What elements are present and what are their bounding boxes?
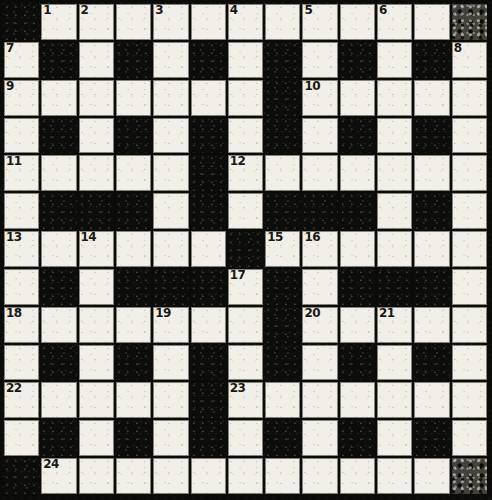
- white-cell-r6c3[interactable]: [116, 231, 151, 267]
- black-cell-r3c3: [116, 118, 151, 154]
- white-cell-r0c1[interactable]: 1: [41, 4, 76, 40]
- white-cell-r12c3[interactable]: [116, 458, 151, 494]
- white-cell-r7c0[interactable]: [4, 269, 39, 305]
- white-cell-r3c10[interactable]: [377, 118, 412, 154]
- black-cell-r5c9: [340, 193, 375, 229]
- white-cell-r2c1[interactable]: [41, 80, 76, 116]
- white-cell-r11c6[interactable]: [228, 420, 263, 456]
- white-cell-r6c2[interactable]: 14: [79, 231, 114, 267]
- white-cell-r4c9[interactable]: [340, 155, 375, 191]
- black-cell-r3c11: [414, 118, 449, 154]
- black-cell-r7c4: [153, 269, 188, 305]
- black-cell-r11c1: [41, 420, 76, 456]
- clue-number-14: 14: [81, 231, 97, 244]
- white-cell-r4c12[interactable]: [452, 155, 487, 191]
- white-cell-r6c11[interactable]: [414, 231, 449, 267]
- clue-number-5: 5: [304, 4, 312, 17]
- white-cell-r5c0[interactable]: [4, 193, 39, 229]
- black-cell-r0c0: [4, 4, 39, 40]
- white-cell-r6c4[interactable]: [153, 231, 188, 267]
- black-cell-r1c5: [191, 42, 226, 78]
- white-cell-r11c2[interactable]: [79, 420, 114, 456]
- white-cell-r10c2[interactable]: [79, 382, 114, 418]
- white-cell-r1c0[interactable]: 7: [4, 42, 39, 78]
- black-cell-r1c9: [340, 42, 375, 78]
- black-cell-r7c9: [340, 269, 375, 305]
- black-cell-r7c7: [265, 269, 300, 305]
- white-cell-r8c8[interactable]: 20: [302, 307, 337, 343]
- white-cell-r12c4[interactable]: [153, 458, 188, 494]
- white-cell-r5c4[interactable]: [153, 193, 188, 229]
- white-cell-r1c12[interactable]: 8: [452, 42, 487, 78]
- clue-number-17: 17: [230, 269, 246, 282]
- white-cell-r0c4[interactable]: 3: [153, 4, 188, 40]
- black-cell-r1c3: [116, 42, 151, 78]
- white-cell-r3c12[interactable]: [452, 118, 487, 154]
- clue-number-1: 1: [43, 4, 51, 17]
- black-cell-r11c9: [340, 420, 375, 456]
- white-cell-r7c8[interactable]: [302, 269, 337, 305]
- clue-number-24: 24: [43, 458, 59, 471]
- black-cell-r9c7: [265, 345, 300, 381]
- white-cell-r0c11[interactable]: [414, 4, 449, 40]
- white-cell-r5c6[interactable]: [228, 193, 263, 229]
- white-cell-r6c1[interactable]: [41, 231, 76, 267]
- black-cell-r3c9: [340, 118, 375, 154]
- white-cell-r9c8[interactable]: [302, 345, 337, 381]
- black-cell-r1c11: [414, 42, 449, 78]
- white-cell-r6c8[interactable]: 16: [302, 231, 337, 267]
- white-cell-r4c11[interactable]: [414, 155, 449, 191]
- clue-number-21: 21: [379, 307, 395, 320]
- white-cell-r10c8[interactable]: [302, 382, 337, 418]
- white-cell-r1c8[interactable]: [302, 42, 337, 78]
- white-cell-r4c2[interactable]: [79, 155, 114, 191]
- white-cell-r8c2[interactable]: [79, 307, 114, 343]
- white-cell-r4c10[interactable]: [377, 155, 412, 191]
- white-cell-r10c7[interactable]: [265, 382, 300, 418]
- white-cell-r9c10[interactable]: [377, 345, 412, 381]
- white-cell-r2c8[interactable]: 10: [302, 80, 337, 116]
- white-cell-r8c11[interactable]: [414, 307, 449, 343]
- white-cell-r2c10[interactable]: [377, 80, 412, 116]
- white-cell-r9c12[interactable]: [452, 345, 487, 381]
- white-cell-r10c0[interactable]: 22: [4, 382, 39, 418]
- white-cell-r2c3[interactable]: [116, 80, 151, 116]
- white-cell-r8c3[interactable]: [116, 307, 151, 343]
- white-cell-r11c0[interactable]: [4, 420, 39, 456]
- black-cell-r9c1: [41, 345, 76, 381]
- white-cell-r3c8[interactable]: [302, 118, 337, 154]
- black-cell-r3c7: [265, 118, 300, 154]
- clue-number-11: 11: [6, 155, 22, 168]
- black-cell-r1c7: [265, 42, 300, 78]
- white-cell-r10c1[interactable]: [41, 382, 76, 418]
- white-cell-r11c8[interactable]: [302, 420, 337, 456]
- white-cell-r10c10[interactable]: [377, 382, 412, 418]
- black-cell-r12c0: [4, 458, 39, 494]
- black-cell-r11c5: [191, 420, 226, 456]
- white-cell-r11c10[interactable]: [377, 420, 412, 456]
- white-cell-r10c6[interactable]: 23: [228, 382, 263, 418]
- white-cell-r2c11[interactable]: [414, 80, 449, 116]
- white-cell-r12c2[interactable]: [79, 458, 114, 494]
- black-cell-r5c1: [41, 193, 76, 229]
- white-cell-r12c6[interactable]: [228, 458, 263, 494]
- white-cell-r5c12[interactable]: [452, 193, 487, 229]
- clue-number-15: 15: [267, 231, 283, 244]
- white-cell-r6c0[interactable]: 13: [4, 231, 39, 267]
- black-cell-r4c5: [191, 155, 226, 191]
- clue-number-13: 13: [6, 231, 22, 244]
- white-cell-r3c6[interactable]: [228, 118, 263, 154]
- white-cell-r0c9[interactable]: [340, 4, 375, 40]
- black-cell-r7c10: [377, 269, 412, 305]
- white-cell-r3c2[interactable]: [79, 118, 114, 154]
- white-cell-r0c2[interactable]: 2: [79, 4, 114, 40]
- clue-number-9: 9: [6, 80, 14, 93]
- black-cell-r5c2: [79, 193, 114, 229]
- black-cell-r3c5: [191, 118, 226, 154]
- white-cell-r8c10[interactable]: 21: [377, 307, 412, 343]
- black-cell-r12c12: [452, 458, 487, 494]
- white-cell-r2c9[interactable]: [340, 80, 375, 116]
- white-cell-r8c4[interactable]: 19: [153, 307, 188, 343]
- black-cell-r10c5: [191, 382, 226, 418]
- white-cell-r12c11[interactable]: [414, 458, 449, 494]
- white-cell-r7c6[interactable]: 17: [228, 269, 263, 305]
- white-cell-r3c0[interactable]: [4, 118, 39, 154]
- white-cell-r6c10[interactable]: [377, 231, 412, 267]
- white-cell-r4c6[interactable]: 12: [228, 155, 263, 191]
- clue-number-4: 4: [230, 4, 238, 17]
- black-cell-r8c7: [265, 307, 300, 343]
- black-cell-r5c8: [302, 193, 337, 229]
- white-cell-r12c5[interactable]: [191, 458, 226, 494]
- black-cell-r6c6: [228, 231, 263, 267]
- white-cell-r8c6[interactable]: [228, 307, 263, 343]
- clue-number-8: 8: [454, 42, 462, 55]
- clue-number-6: 6: [379, 4, 387, 17]
- white-cell-r8c5[interactable]: [191, 307, 226, 343]
- white-cell-r4c7[interactable]: [265, 155, 300, 191]
- white-cell-r2c5[interactable]: [191, 80, 226, 116]
- white-cell-r9c4[interactable]: [153, 345, 188, 381]
- white-cell-r10c4[interactable]: [153, 382, 188, 418]
- white-cell-r11c4[interactable]: [153, 420, 188, 456]
- white-cell-r0c10[interactable]: 6: [377, 4, 412, 40]
- black-cell-r11c11: [414, 420, 449, 456]
- clue-number-19: 19: [155, 307, 171, 320]
- white-cell-r12c8[interactable]: [302, 458, 337, 494]
- white-cell-r1c4[interactable]: [153, 42, 188, 78]
- white-cell-r1c6[interactable]: [228, 42, 263, 78]
- white-cell-r12c7[interactable]: [265, 458, 300, 494]
- white-cell-r2c0[interactable]: 9: [4, 80, 39, 116]
- clue-number-16: 16: [304, 231, 320, 244]
- white-cell-r8c0[interactable]: 18: [4, 307, 39, 343]
- white-cell-r0c5[interactable]: [191, 4, 226, 40]
- white-cell-r0c7[interactable]: [265, 4, 300, 40]
- white-cell-r1c2[interactable]: [79, 42, 114, 78]
- clue-number-7: 7: [6, 42, 14, 55]
- white-cell-r4c0[interactable]: 11: [4, 155, 39, 191]
- white-cell-r7c12[interactable]: [452, 269, 487, 305]
- black-cell-r7c5: [191, 269, 226, 305]
- white-cell-r7c2[interactable]: [79, 269, 114, 305]
- white-cell-r12c1[interactable]: 24: [41, 458, 76, 494]
- white-cell-r2c12[interactable]: [452, 80, 487, 116]
- white-cell-r2c4[interactable]: [153, 80, 188, 116]
- white-cell-r0c8[interactable]: 5: [302, 4, 337, 40]
- white-cell-r8c1[interactable]: [41, 307, 76, 343]
- white-cell-r5c10[interactable]: [377, 193, 412, 229]
- clue-number-20: 20: [304, 307, 320, 320]
- black-cell-r5c3: [116, 193, 151, 229]
- white-cell-r2c6[interactable]: [228, 80, 263, 116]
- black-cell-r7c11: [414, 269, 449, 305]
- white-cell-r12c10[interactable]: [377, 458, 412, 494]
- white-cell-r0c3[interactable]: [116, 4, 151, 40]
- white-cell-r12c9[interactable]: [340, 458, 375, 494]
- clue-number-10: 10: [304, 80, 320, 93]
- white-cell-r6c7[interactable]: 15: [265, 231, 300, 267]
- white-cell-r9c6[interactable]: [228, 345, 263, 381]
- clue-number-2: 2: [81, 4, 89, 17]
- white-cell-r2c2[interactable]: [79, 80, 114, 116]
- black-cell-r1c1: [41, 42, 76, 78]
- clue-number-18: 18: [6, 307, 22, 320]
- white-cell-r9c2[interactable]: [79, 345, 114, 381]
- white-cell-r9c0[interactable]: [4, 345, 39, 381]
- white-cell-r4c1[interactable]: [41, 155, 76, 191]
- black-cell-r5c7: [265, 193, 300, 229]
- white-cell-r1c10[interactable]: [377, 42, 412, 78]
- white-cell-r4c4[interactable]: [153, 155, 188, 191]
- black-cell-r9c3: [116, 345, 151, 381]
- white-cell-r10c3[interactable]: [116, 382, 151, 418]
- white-cell-r10c12[interactable]: [452, 382, 487, 418]
- white-cell-r10c9[interactable]: [340, 382, 375, 418]
- black-cell-r0c12: [452, 4, 487, 40]
- white-cell-r6c5[interactable]: [191, 231, 226, 267]
- clue-number-22: 22: [6, 382, 22, 395]
- white-cell-r6c12[interactable]: [452, 231, 487, 267]
- white-cell-r4c3[interactable]: [116, 155, 151, 191]
- black-cell-r9c9: [340, 345, 375, 381]
- white-cell-r4c8[interactable]: [302, 155, 337, 191]
- white-cell-r8c12[interactable]: [452, 307, 487, 343]
- white-cell-r11c12[interactable]: [452, 420, 487, 456]
- white-cell-r6c9[interactable]: [340, 231, 375, 267]
- clue-number-23: 23: [230, 382, 246, 395]
- black-cell-r7c3: [116, 269, 151, 305]
- black-cell-r3c1: [41, 118, 76, 154]
- black-cell-r9c11: [414, 345, 449, 381]
- black-cell-r7c1: [41, 269, 76, 305]
- white-cell-r10c11[interactable]: [414, 382, 449, 418]
- crossword-board: 123456789101112131415161718192021222324: [0, 0, 492, 500]
- white-cell-r0c6[interactable]: 4: [228, 4, 263, 40]
- white-cell-r8c9[interactable]: [340, 307, 375, 343]
- clue-number-3: 3: [155, 4, 163, 17]
- black-cell-r11c7: [265, 420, 300, 456]
- black-cell-r9c5: [191, 345, 226, 381]
- black-cell-r11c3: [116, 420, 151, 456]
- black-cell-r5c5: [191, 193, 226, 229]
- black-cell-r2c7: [265, 80, 300, 116]
- white-cell-r3c4[interactable]: [153, 118, 188, 154]
- clue-number-12: 12: [230, 155, 246, 168]
- black-cell-r5c11: [414, 193, 449, 229]
